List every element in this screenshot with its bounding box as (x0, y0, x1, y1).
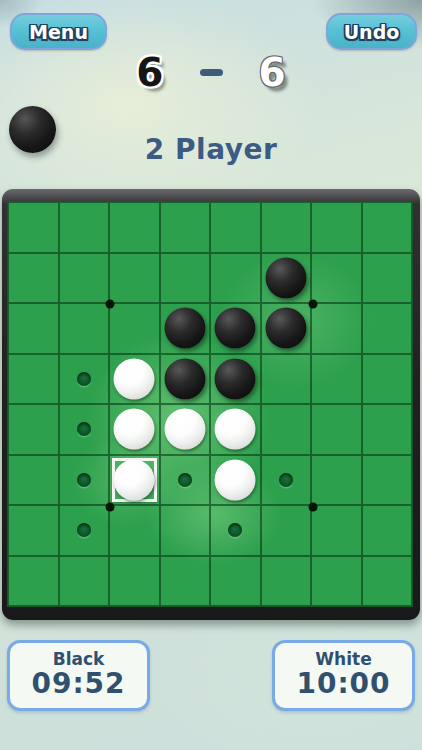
cell-g6 (311, 455, 362, 506)
cell-h2 (362, 253, 413, 304)
cell-a7 (8, 505, 59, 556)
cell-h6 (362, 455, 413, 506)
cell-e1 (210, 202, 261, 253)
cell-b6[interactable] (59, 455, 110, 506)
cell-d7 (160, 505, 211, 556)
white-piece (114, 358, 155, 399)
undo-button[interactable]: Undo (326, 13, 417, 50)
star-point (308, 299, 317, 308)
cell-a5 (8, 404, 59, 455)
cell-c1 (109, 202, 160, 253)
cell-b2 (59, 253, 110, 304)
legal-move-hint[interactable] (77, 523, 91, 537)
legal-move-hint[interactable] (77, 372, 91, 386)
board-grid (7, 201, 413, 607)
white-piece (114, 459, 155, 500)
black-clock-label: Black (10, 650, 147, 669)
cell-c3 (109, 303, 160, 354)
cell-f6[interactable] (261, 455, 312, 506)
white-piece (114, 409, 155, 450)
cell-e8 (210, 556, 261, 607)
cell-b8 (59, 556, 110, 607)
cell-a3 (8, 303, 59, 354)
cell-g5 (311, 404, 362, 455)
score-display: 6 6 (0, 48, 422, 96)
legal-move-hint[interactable] (279, 473, 293, 487)
cell-h4 (362, 354, 413, 405)
cell-a8 (8, 556, 59, 607)
black-piece (215, 358, 256, 399)
cell-d3 (160, 303, 211, 354)
cell-d1 (160, 202, 211, 253)
legal-move-hint[interactable] (228, 523, 242, 537)
white-piece (215, 409, 256, 450)
black-piece (164, 358, 205, 399)
cell-a1 (8, 202, 59, 253)
cell-h1 (362, 202, 413, 253)
star-point (105, 502, 114, 511)
game-mode-label: 2 Player (0, 133, 422, 166)
cell-f8 (261, 556, 312, 607)
black-piece (215, 308, 256, 349)
cell-b3 (59, 303, 110, 354)
cell-d8 (160, 556, 211, 607)
cell-f4 (261, 354, 312, 405)
black-piece (265, 257, 306, 298)
cell-b1 (59, 202, 110, 253)
cell-a2 (8, 253, 59, 304)
cell-c2 (109, 253, 160, 304)
cell-f3 (261, 303, 312, 354)
cell-c4 (109, 354, 160, 405)
cell-d5 (160, 404, 211, 455)
cell-f7 (261, 505, 312, 556)
white-clock-label: White (275, 650, 412, 669)
cell-g8 (311, 556, 362, 607)
cell-c5 (109, 404, 160, 455)
cell-g4 (311, 354, 362, 405)
game-screen: Menu Undo 6 6 2 Player Black 09:52 White… (0, 0, 422, 750)
black-piece (164, 308, 205, 349)
cell-e2 (210, 253, 261, 304)
cell-e7[interactable] (210, 505, 261, 556)
white-clock-time: 10:00 (275, 669, 412, 700)
cell-d2 (160, 253, 211, 304)
cell-h5 (362, 404, 413, 455)
cell-h8 (362, 556, 413, 607)
cell-h7 (362, 505, 413, 556)
black-clock-time: 09:52 (10, 669, 147, 700)
cell-g2 (311, 253, 362, 304)
legal-move-hint[interactable] (178, 473, 192, 487)
legal-move-hint[interactable] (77, 422, 91, 436)
cell-f2 (261, 253, 312, 304)
star-point (308, 502, 317, 511)
cell-h3 (362, 303, 413, 354)
star-point (105, 299, 114, 308)
cell-f1 (261, 202, 312, 253)
cell-b7[interactable] (59, 505, 110, 556)
white-score: 6 (259, 50, 286, 95)
cell-e4 (210, 354, 261, 405)
score-separator (200, 69, 223, 76)
cell-d6[interactable] (160, 455, 211, 506)
cell-g1 (311, 202, 362, 253)
board-frame (2, 189, 420, 620)
black-score: 6 (136, 50, 163, 95)
white-clock-panel: White 10:00 (272, 640, 415, 711)
cell-g7 (311, 505, 362, 556)
cell-a6 (8, 455, 59, 506)
cell-b5[interactable] (59, 404, 110, 455)
menu-button[interactable]: Menu (10, 13, 107, 50)
cell-c6 (109, 455, 160, 506)
white-piece (215, 459, 256, 500)
cell-e6 (210, 455, 261, 506)
cell-d4 (160, 354, 211, 405)
cell-g3 (311, 303, 362, 354)
black-clock-panel: Black 09:52 (7, 640, 150, 711)
cell-c8 (109, 556, 160, 607)
legal-move-hint[interactable] (77, 473, 91, 487)
cell-c7 (109, 505, 160, 556)
cell-a4 (8, 354, 59, 405)
cell-e5 (210, 404, 261, 455)
white-piece (164, 409, 205, 450)
cell-e3 (210, 303, 261, 354)
black-piece (265, 308, 306, 349)
cell-b4[interactable] (59, 354, 110, 405)
cell-f5 (261, 404, 312, 455)
